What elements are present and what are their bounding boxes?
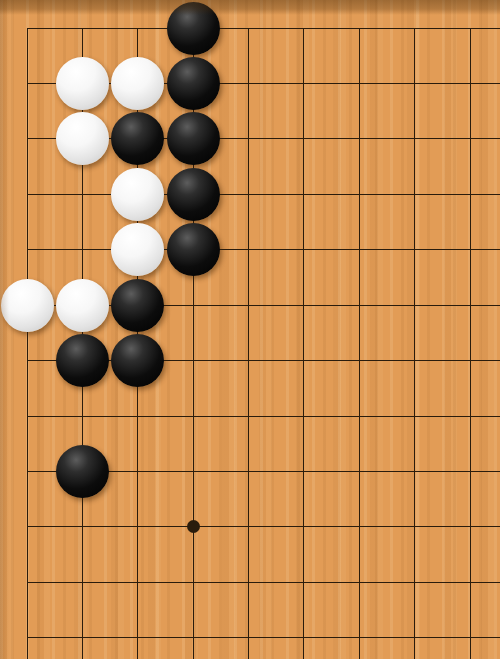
grid-line-horizontal — [27, 526, 500, 527]
grid-line-vertical — [248, 28, 249, 659]
black-stone — [56, 445, 109, 498]
grid-line-horizontal — [27, 637, 500, 638]
grid-line-horizontal — [27, 249, 500, 250]
grid-line-horizontal — [27, 28, 500, 29]
board-top-edge-shadow — [0, 0, 500, 16]
black-stone — [167, 2, 220, 55]
grid-line-vertical — [27, 28, 28, 659]
black-stone — [111, 112, 164, 165]
black-stone — [111, 334, 164, 387]
black-stone — [167, 112, 220, 165]
grid-line-horizontal — [27, 194, 500, 195]
grid-line-horizontal — [27, 582, 500, 583]
black-stone — [167, 57, 220, 110]
black-stone — [167, 168, 220, 221]
grid-line-vertical — [303, 28, 304, 659]
white-stone — [111, 223, 164, 276]
board-left-edge-shadow — [0, 0, 9, 659]
go-board[interactable] — [0, 0, 500, 659]
white-stone — [56, 57, 109, 110]
black-stone — [56, 334, 109, 387]
white-stone — [111, 57, 164, 110]
white-stone — [1, 279, 54, 332]
black-stone — [111, 279, 164, 332]
white-stone — [56, 112, 109, 165]
white-stone — [111, 168, 164, 221]
white-stone — [56, 279, 109, 332]
grid-line-vertical — [470, 28, 471, 659]
grid-line-vertical — [414, 28, 415, 659]
black-stone — [167, 223, 220, 276]
grid-line-vertical — [359, 28, 360, 659]
grid-line-horizontal — [27, 416, 500, 417]
star-point — [187, 520, 200, 533]
